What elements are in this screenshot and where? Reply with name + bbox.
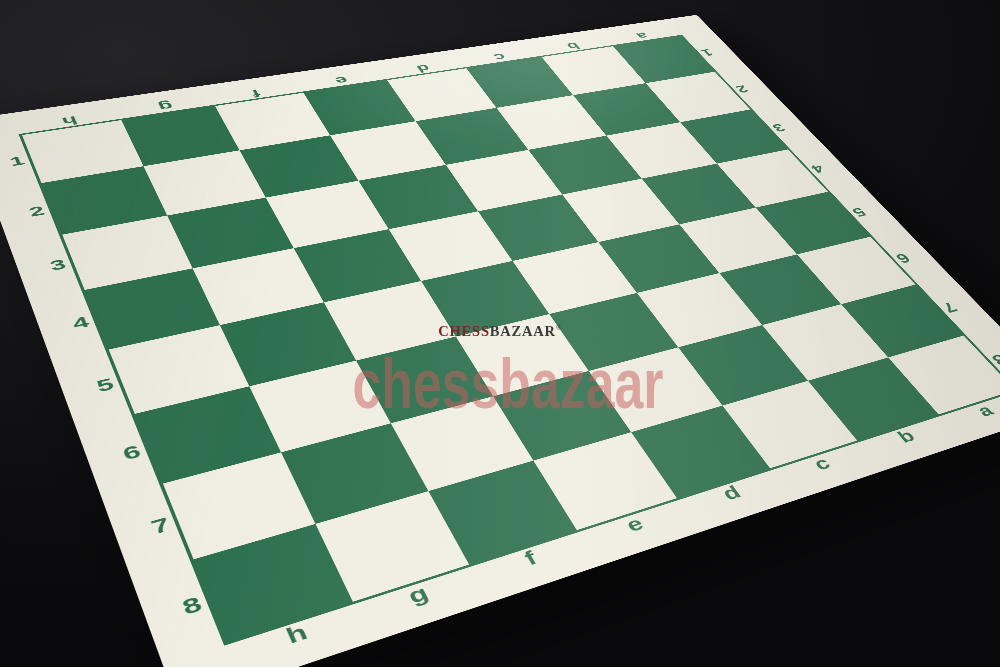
rank-label-left-8: 8 [179,593,205,619]
rank-label-left-7: 7 [148,514,172,537]
rank-label-left-2: 2 [27,203,47,218]
rank-label-left-4: 4 [70,314,91,332]
rank-label-left-6: 6 [120,442,143,463]
registered-mark: ® [556,323,562,332]
brand-logo-part1: CHESS [438,323,490,339]
rank-label-right-2: 2 [733,83,751,94]
file-label-bottom-f: f [521,548,541,569]
file-label-top-g: g [156,100,175,113]
file-label-top-f: f [250,87,263,98]
rank-label-right-3: 3 [769,122,787,133]
file-label-top-b: b [564,41,582,51]
brand-logo-watermark: CHESSBAZAAR® [438,323,562,340]
chess-board-mat: hgfedcba hgfedcba 12345678 12345678 [0,15,1000,667]
file-label-bottom-g: g [405,582,432,607]
file-label-top-c: c [491,52,508,63]
rank-label-left-1: 1 [8,154,27,168]
rank-label-left-5: 5 [94,375,116,394]
photo-watermark-text: chessbazaar [352,344,663,424]
file-label-top-a: a [634,31,651,41]
file-label-bottom-d: d [719,483,745,504]
file-label-bottom-a: a [974,402,997,420]
photo-background: hgfedcba hgfedcba 12345678 12345678 ches… [0,0,1000,667]
rank-label-left-3: 3 [48,257,68,273]
file-label-bottom-c: c [810,454,834,473]
file-label-bottom-b: b [894,427,919,446]
file-label-top-h: h [60,114,80,127]
file-label-top-e: e [333,75,351,86]
file-label-top-d: d [414,63,433,74]
rank-label-right-1: 1 [698,47,715,57]
file-label-bottom-e: e [622,514,647,536]
brand-logo-part2: BAZAAR [490,323,556,339]
file-label-bottom-h: h [283,621,311,648]
